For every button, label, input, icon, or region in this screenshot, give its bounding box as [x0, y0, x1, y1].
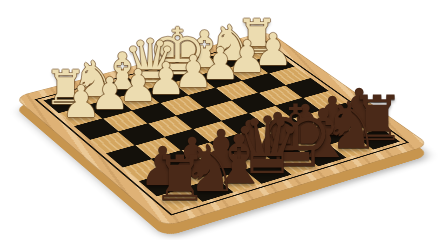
chess-set-photo: ♜♞♝♛♚♝♞♜♟♟♟♟♟♟♟♟♟♟♟♟♟♟♟♟♜♞♝♛♚♝♞♜	[0, 0, 440, 240]
board-grid	[44, 43, 400, 211]
chess-board	[14, 31, 430, 227]
board-inner-border	[35, 39, 409, 215]
